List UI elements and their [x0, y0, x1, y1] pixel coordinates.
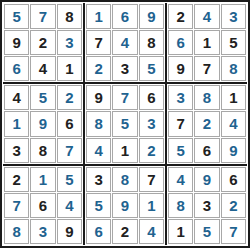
cell-r1c1[interactable]: 5: [4, 4, 29, 29]
cell-r5c6[interactable]: 3: [139, 111, 164, 136]
box-6: 381724569: [167, 84, 247, 163]
cell-r9c7[interactable]: 1: [168, 219, 193, 244]
cell-r1c6[interactable]: 9: [139, 4, 164, 29]
sudoku-board: 5789236411697482352436159784521963879768…: [0, 0, 250, 248]
cell-r8c8[interactable]: 3: [194, 193, 219, 218]
cell-r1c5[interactable]: 6: [112, 4, 137, 29]
cell-r1c4[interactable]: 1: [86, 4, 111, 29]
cell-r6c1[interactable]: 3: [4, 138, 29, 163]
cell-r1c2[interactable]: 7: [30, 4, 55, 29]
cell-r6c7[interactable]: 5: [168, 138, 193, 163]
cell-r5c7[interactable]: 7: [168, 111, 193, 136]
cell-r6c5[interactable]: 1: [112, 138, 137, 163]
cell-r3c8[interactable]: 7: [194, 56, 219, 81]
cell-r8c3[interactable]: 4: [57, 193, 82, 218]
box-3: 243615978: [167, 3, 247, 82]
cell-r6c6[interactable]: 2: [139, 138, 164, 163]
cell-r8c5[interactable]: 9: [112, 193, 137, 218]
cell-r4c5[interactable]: 7: [112, 85, 137, 110]
cell-r3c4[interactable]: 2: [86, 56, 111, 81]
cell-r9c2[interactable]: 3: [30, 219, 55, 244]
cell-r2c7[interactable]: 6: [168, 30, 193, 55]
cell-r3c5[interactable]: 3: [112, 56, 137, 81]
cell-r8c2[interactable]: 6: [30, 193, 55, 218]
cell-r7c2[interactable]: 1: [30, 167, 55, 192]
cell-r7c3[interactable]: 5: [57, 167, 82, 192]
cell-r2c9[interactable]: 5: [221, 30, 246, 55]
cell-r4c2[interactable]: 5: [30, 85, 55, 110]
cell-r9c6[interactable]: 4: [139, 219, 164, 244]
cell-r7c7[interactable]: 4: [168, 167, 193, 192]
cell-r2c5[interactable]: 4: [112, 30, 137, 55]
cell-r8c6[interactable]: 1: [139, 193, 164, 218]
cell-r2c8[interactable]: 1: [194, 30, 219, 55]
cell-r8c9[interactable]: 2: [221, 193, 246, 218]
cell-r3c9[interactable]: 8: [221, 56, 246, 81]
cell-r1c7[interactable]: 2: [168, 4, 193, 29]
cell-r9c4[interactable]: 6: [86, 219, 111, 244]
cell-r6c4[interactable]: 4: [86, 138, 111, 163]
cell-r4c4[interactable]: 9: [86, 85, 111, 110]
box-8: 387591624: [85, 166, 165, 245]
cell-r6c3[interactable]: 7: [57, 138, 82, 163]
cell-r4c8[interactable]: 8: [194, 85, 219, 110]
cell-r3c7[interactable]: 9: [168, 56, 193, 81]
cell-r4c9[interactable]: 1: [221, 85, 246, 110]
cell-r3c3[interactable]: 1: [57, 56, 82, 81]
cell-r2c6[interactable]: 8: [139, 30, 164, 55]
box-4: 452196387: [3, 84, 83, 163]
cell-r6c2[interactable]: 8: [30, 138, 55, 163]
cell-r4c1[interactable]: 4: [4, 85, 29, 110]
box-2: 169748235: [85, 3, 165, 82]
sudoku-box-grid: 5789236411697482352436159784521963879768…: [3, 3, 247, 245]
cell-r2c3[interactable]: 3: [57, 30, 82, 55]
cell-r3c2[interactable]: 4: [30, 56, 55, 81]
box-5: 976853412: [85, 84, 165, 163]
cell-r2c2[interactable]: 2: [30, 30, 55, 55]
cell-r5c4[interactable]: 8: [86, 111, 111, 136]
cell-r8c7[interactable]: 8: [168, 193, 193, 218]
cell-r7c8[interactable]: 9: [194, 167, 219, 192]
cell-r5c5[interactable]: 5: [112, 111, 137, 136]
cell-r7c1[interactable]: 2: [4, 167, 29, 192]
cell-r5c8[interactable]: 2: [194, 111, 219, 136]
cell-r9c5[interactable]: 2: [112, 219, 137, 244]
cell-r6c8[interactable]: 6: [194, 138, 219, 163]
cell-r6c9[interactable]: 9: [221, 138, 246, 163]
cell-r3c6[interactable]: 5: [139, 56, 164, 81]
cell-r4c7[interactable]: 3: [168, 85, 193, 110]
cell-r4c6[interactable]: 6: [139, 85, 164, 110]
cell-r7c5[interactable]: 8: [112, 167, 137, 192]
box-1: 578923641: [3, 3, 83, 82]
cell-r9c8[interactable]: 5: [194, 219, 219, 244]
cell-r7c9[interactable]: 6: [221, 167, 246, 192]
cell-r4c3[interactable]: 2: [57, 85, 82, 110]
cell-r9c1[interactable]: 8: [4, 219, 29, 244]
cell-r2c4[interactable]: 7: [86, 30, 111, 55]
cell-r1c3[interactable]: 8: [57, 4, 82, 29]
cell-r9c9[interactable]: 7: [221, 219, 246, 244]
cell-r5c9[interactable]: 4: [221, 111, 246, 136]
cell-r5c1[interactable]: 1: [4, 111, 29, 136]
cell-r9c3[interactable]: 9: [57, 219, 82, 244]
cell-r7c4[interactable]: 3: [86, 167, 111, 192]
cell-r8c1[interactable]: 7: [4, 193, 29, 218]
box-9: 496832157: [167, 166, 247, 245]
cell-r5c3[interactable]: 6: [57, 111, 82, 136]
cell-r8c4[interactable]: 5: [86, 193, 111, 218]
cell-r2c1[interactable]: 9: [4, 30, 29, 55]
cell-r3c1[interactable]: 6: [4, 56, 29, 81]
cell-r5c2[interactable]: 9: [30, 111, 55, 136]
cell-r7c6[interactable]: 7: [139, 167, 164, 192]
cell-r1c8[interactable]: 4: [194, 4, 219, 29]
cell-r1c9[interactable]: 3: [221, 4, 246, 29]
box-7: 215764839: [3, 166, 83, 245]
